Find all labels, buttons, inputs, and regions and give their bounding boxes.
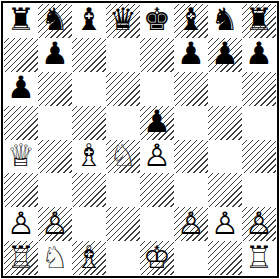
square-d8[interactable]: ♛ — [106, 4, 140, 38]
square-f5[interactable] — [174, 106, 208, 140]
piece-black-pawn: ♟ — [211, 38, 239, 69]
square-h4[interactable] — [242, 140, 276, 174]
square-d5[interactable] — [106, 106, 140, 140]
square-a1[interactable]: ♖ — [4, 241, 38, 275]
square-f2[interactable]: ♙ — [174, 207, 208, 241]
square-d6[interactable] — [106, 72, 140, 106]
square-e8[interactable]: ♚ — [140, 4, 174, 38]
square-e2[interactable] — [140, 207, 174, 241]
piece-black-bishop: ♝ — [177, 4, 205, 35]
square-c5[interactable] — [72, 106, 106, 140]
square-b2[interactable]: ♙ — [38, 207, 72, 241]
piece-white-knight: ♘ — [109, 140, 137, 171]
square-f3[interactable] — [174, 173, 208, 207]
square-d1[interactable] — [106, 241, 140, 275]
piece-white-pawn: ♙ — [211, 208, 239, 239]
square-c7[interactable] — [72, 38, 106, 72]
piece-white-rook: ♖ — [7, 242, 35, 273]
square-g7[interactable]: ♟ — [208, 38, 242, 72]
square-f7[interactable]: ♟ — [174, 38, 208, 72]
piece-white-bishop: ♗ — [75, 242, 103, 273]
square-c1[interactable]: ♗ — [72, 241, 106, 275]
square-a2[interactable]: ♙ — [4, 207, 38, 241]
square-h7[interactable]: ♟ — [242, 38, 276, 72]
piece-black-knight: ♞ — [41, 4, 69, 35]
square-e6[interactable] — [140, 72, 174, 106]
piece-white-pawn: ♙ — [245, 208, 273, 239]
chess-board: ♜♞♝♛♚♝♞♜♟♟♟♟♟♟♕♗♘♙♙♙♙♙♙♖♘♗♔♖ — [4, 4, 276, 275]
square-c6[interactable] — [72, 72, 106, 106]
square-h6[interactable] — [242, 72, 276, 106]
square-c4[interactable]: ♗ — [72, 140, 106, 174]
piece-white-knight: ♘ — [41, 242, 69, 273]
square-b1[interactable]: ♘ — [38, 241, 72, 275]
piece-white-pawn: ♙ — [143, 140, 171, 171]
piece-white-pawn: ♙ — [177, 208, 205, 239]
square-b7[interactable]: ♟ — [38, 38, 72, 72]
square-f1[interactable] — [174, 241, 208, 275]
piece-white-queen: ♕ — [7, 140, 35, 171]
piece-black-pawn: ♟ — [177, 38, 205, 69]
piece-white-rook: ♖ — [245, 242, 273, 273]
piece-black-king: ♚ — [143, 4, 171, 35]
square-a6[interactable]: ♟ — [4, 72, 38, 106]
square-g1[interactable] — [208, 241, 242, 275]
square-e5[interactable]: ♟ — [140, 106, 174, 140]
square-a8[interactable]: ♜ — [4, 4, 38, 38]
square-d4[interactable]: ♘ — [106, 140, 140, 174]
square-b4[interactable] — [38, 140, 72, 174]
square-h2[interactable]: ♙ — [242, 207, 276, 241]
square-g5[interactable] — [208, 106, 242, 140]
square-f6[interactable] — [174, 72, 208, 106]
square-g4[interactable] — [208, 140, 242, 174]
square-d3[interactable] — [106, 173, 140, 207]
piece-black-pawn: ♟ — [41, 38, 69, 69]
square-h1[interactable]: ♖ — [242, 241, 276, 275]
square-h8[interactable]: ♜ — [242, 4, 276, 38]
square-a5[interactable] — [4, 106, 38, 140]
piece-black-rook: ♜ — [245, 4, 273, 35]
square-a7[interactable] — [4, 38, 38, 72]
diagram-frame: ♜♞♝♛♚♝♞♜♟♟♟♟♟♟♕♗♘♙♙♙♙♙♙♖♘♗♔♖ — [1, 1, 279, 278]
square-b6[interactable] — [38, 72, 72, 106]
square-e7[interactable] — [140, 38, 174, 72]
piece-white-king: ♔ — [143, 242, 171, 273]
piece-black-knight: ♞ — [211, 4, 239, 35]
piece-black-pawn: ♟ — [143, 106, 171, 137]
square-f4[interactable] — [174, 140, 208, 174]
square-g3[interactable] — [208, 173, 242, 207]
square-g2[interactable]: ♙ — [208, 207, 242, 241]
square-f8[interactable]: ♝ — [174, 4, 208, 38]
piece-black-bishop: ♝ — [75, 4, 103, 35]
piece-black-queen: ♛ — [109, 4, 137, 35]
piece-black-pawn: ♟ — [7, 72, 35, 103]
square-g8[interactable]: ♞ — [208, 4, 242, 38]
square-c8[interactable]: ♝ — [72, 4, 106, 38]
piece-white-pawn: ♙ — [7, 208, 35, 239]
square-h3[interactable] — [242, 173, 276, 207]
piece-black-pawn: ♟ — [245, 38, 273, 69]
square-b3[interactable] — [38, 173, 72, 207]
square-c3[interactable] — [72, 173, 106, 207]
square-b8[interactable]: ♞ — [38, 4, 72, 38]
square-e3[interactable] — [140, 173, 174, 207]
square-a4[interactable]: ♕ — [4, 140, 38, 174]
square-c2[interactable] — [72, 207, 106, 241]
square-d7[interactable] — [106, 38, 140, 72]
square-g6[interactable] — [208, 72, 242, 106]
piece-white-bishop: ♗ — [75, 140, 103, 171]
square-b5[interactable] — [38, 106, 72, 140]
square-d2[interactable] — [106, 207, 140, 241]
square-e4[interactable]: ♙ — [140, 140, 174, 174]
square-h5[interactable] — [242, 106, 276, 140]
piece-white-pawn: ♙ — [41, 208, 69, 239]
piece-black-rook: ♜ — [7, 4, 35, 35]
square-a3[interactable] — [4, 173, 38, 207]
square-e1[interactable]: ♔ — [140, 241, 174, 275]
